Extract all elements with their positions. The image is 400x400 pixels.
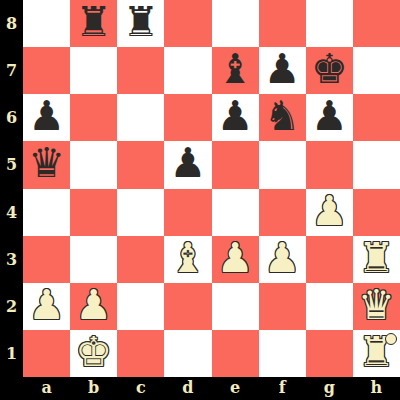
square-e4[interactable] — [212, 189, 259, 236]
square-h6[interactable] — [353, 94, 400, 141]
rank-label-7: 7 — [0, 47, 23, 94]
rank-label-1: 1 — [0, 330, 23, 377]
square-e5[interactable] — [212, 141, 259, 188]
square-d4[interactable] — [164, 189, 211, 236]
file-label-d: d — [164, 377, 211, 400]
square-f6[interactable]: ♞ — [259, 94, 306, 141]
rank-label-2: 2 — [0, 283, 23, 330]
square-h7[interactable] — [353, 47, 400, 94]
square-e2[interactable] — [212, 283, 259, 330]
file-label-f: f — [259, 377, 306, 400]
square-d3[interactable]: ♝ — [164, 236, 211, 283]
square-a6[interactable]: ♟ — [23, 94, 70, 141]
square-h8[interactable] — [353, 0, 400, 47]
square-f8[interactable] — [259, 0, 306, 47]
rank-label-6: 6 — [0, 94, 23, 141]
square-a3[interactable] — [23, 236, 70, 283]
square-b3[interactable] — [70, 236, 117, 283]
piece-white-queen-h2[interactable]: ♛ — [358, 285, 395, 326]
square-c2[interactable] — [117, 283, 164, 330]
square-f1[interactable] — [259, 330, 306, 377]
square-h5[interactable] — [353, 141, 400, 188]
rank-labels: 87654321 — [0, 0, 23, 377]
file-label-b: b — [70, 377, 117, 400]
square-e3[interactable]: ♟ — [212, 236, 259, 283]
piece-black-queen-a5[interactable]: ♛ — [28, 143, 65, 184]
square-g7[interactable]: ♚ — [306, 47, 353, 94]
square-a1[interactable] — [23, 330, 70, 377]
square-g1[interactable] — [306, 330, 353, 377]
square-c8[interactable]: ♜ — [117, 0, 164, 47]
square-b2[interactable]: ♟ — [70, 283, 117, 330]
square-e8[interactable] — [212, 0, 259, 47]
piece-black-pawn-f7[interactable]: ♟ — [264, 49, 301, 90]
square-g2[interactable] — [306, 283, 353, 330]
file-label-c: c — [117, 377, 164, 400]
square-h2[interactable]: ♛ — [353, 283, 400, 330]
piece-white-rook-h3[interactable]: ♜ — [358, 238, 395, 279]
move-indicator-dot — [385, 333, 397, 345]
piece-black-king-g7[interactable]: ♚ — [311, 49, 348, 90]
square-b5[interactable] — [70, 141, 117, 188]
square-g3[interactable] — [306, 236, 353, 283]
square-g6[interactable]: ♟ — [306, 94, 353, 141]
square-a7[interactable] — [23, 47, 70, 94]
piece-black-rook-c8[interactable]: ♜ — [122, 2, 159, 43]
square-g4[interactable]: ♟ — [306, 189, 353, 236]
chess-board: ♜♜♝♟♚♟♟♞♟♛♟♟♝♟♟♜♟♟♛♚♜ — [23, 0, 400, 377]
square-f7[interactable]: ♟ — [259, 47, 306, 94]
piece-black-pawn-a6[interactable]: ♟ — [28, 96, 65, 137]
square-b1[interactable]: ♚ — [70, 330, 117, 377]
rank-label-5: 5 — [0, 141, 23, 188]
piece-black-bishop-e7[interactable]: ♝ — [217, 49, 254, 90]
chess-board-frame: ♜♜♝♟♚♟♟♞♟♛♟♟♝♟♟♜♟♟♛♚♜ 87654321 abcdefgh — [0, 0, 400, 400]
square-d1[interactable] — [164, 330, 211, 377]
square-a8[interactable] — [23, 0, 70, 47]
rank-label-4: 4 — [0, 189, 23, 236]
square-a2[interactable]: ♟ — [23, 283, 70, 330]
square-d8[interactable] — [164, 0, 211, 47]
piece-black-knight-f6[interactable]: ♞ — [264, 96, 301, 137]
piece-black-pawn-g6[interactable]: ♟ — [311, 96, 348, 137]
piece-white-pawn-a2[interactable]: ♟ — [28, 285, 65, 326]
square-e7[interactable]: ♝ — [212, 47, 259, 94]
rank-label-8: 8 — [0, 0, 23, 47]
file-label-g: g — [306, 377, 353, 400]
file-label-h: h — [353, 377, 400, 400]
square-d7[interactable] — [164, 47, 211, 94]
piece-black-pawn-d5[interactable]: ♟ — [170, 143, 207, 184]
square-b7[interactable] — [70, 47, 117, 94]
piece-black-rook-b8[interactable]: ♜ — [75, 2, 112, 43]
rank-label-3: 3 — [0, 236, 23, 283]
square-f3[interactable]: ♟ — [259, 236, 306, 283]
square-b8[interactable]: ♜ — [70, 0, 117, 47]
file-labels: abcdefgh — [23, 377, 400, 400]
square-g8[interactable] — [306, 0, 353, 47]
file-label-a: a — [23, 377, 70, 400]
square-e1[interactable] — [212, 330, 259, 377]
square-c4[interactable] — [117, 189, 164, 236]
square-b4[interactable] — [70, 189, 117, 236]
frame-corner — [0, 377, 23, 400]
square-c1[interactable] — [117, 330, 164, 377]
square-h3[interactable]: ♜ — [353, 236, 400, 283]
square-h4[interactable] — [353, 189, 400, 236]
square-g5[interactable] — [306, 141, 353, 188]
square-c7[interactable] — [117, 47, 164, 94]
piece-white-king-b1[interactable]: ♚ — [75, 332, 112, 373]
file-label-e: e — [212, 377, 259, 400]
square-d5[interactable]: ♟ — [164, 141, 211, 188]
square-f5[interactable] — [259, 141, 306, 188]
square-h1[interactable]: ♜ — [353, 330, 400, 377]
piece-white-pawn-b2[interactable]: ♟ — [75, 285, 112, 326]
piece-white-bishop-d3[interactable]: ♝ — [170, 238, 207, 279]
piece-white-pawn-e3[interactable]: ♟ — [217, 238, 254, 279]
square-c3[interactable] — [117, 236, 164, 283]
square-c6[interactable] — [117, 94, 164, 141]
square-d2[interactable] — [164, 283, 211, 330]
square-a4[interactable] — [23, 189, 70, 236]
square-d6[interactable] — [164, 94, 211, 141]
square-f2[interactable] — [259, 283, 306, 330]
square-c5[interactable] — [117, 141, 164, 188]
piece-white-pawn-g4[interactable]: ♟ — [311, 191, 348, 232]
square-f4[interactable] — [259, 189, 306, 236]
square-b6[interactable] — [70, 94, 117, 141]
piece-white-pawn-f3[interactable]: ♟ — [264, 238, 301, 279]
square-e6[interactable]: ♟ — [212, 94, 259, 141]
piece-black-pawn-e6[interactable]: ♟ — [217, 96, 254, 137]
square-a5[interactable]: ♛ — [23, 141, 70, 188]
